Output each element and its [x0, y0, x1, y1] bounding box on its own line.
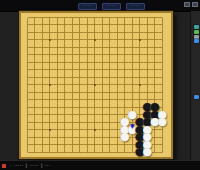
board-point[interactable] — [31, 66, 39, 74]
board-point[interactable] — [99, 96, 107, 104]
board-point[interactable] — [46, 59, 54, 67]
board-point[interactable] — [69, 111, 77, 119]
board-point[interactable] — [46, 44, 54, 52]
board-point[interactable] — [151, 29, 159, 37]
board-point[interactable] — [91, 59, 99, 67]
board-point[interactable] — [151, 59, 159, 67]
board-point[interactable] — [61, 36, 69, 44]
board-point[interactable] — [151, 126, 159, 134]
board-point[interactable] — [24, 96, 32, 104]
board-point[interactable] — [151, 134, 159, 142]
board-point[interactable]: ● — [144, 119, 152, 127]
board-point[interactable] — [151, 51, 159, 59]
board-point[interactable] — [54, 81, 62, 89]
board-point[interactable]: ● — [121, 134, 129, 142]
board-point[interactable] — [136, 36, 144, 44]
board-point[interactable] — [76, 126, 84, 134]
board-point[interactable] — [46, 104, 54, 112]
board-point[interactable] — [106, 96, 114, 104]
board-point[interactable] — [69, 134, 77, 142]
board-point[interactable]: ● — [144, 149, 152, 157]
board-point[interactable] — [31, 51, 39, 59]
board-point[interactable] — [151, 44, 159, 52]
board-point[interactable]: ● — [159, 111, 167, 119]
board-point[interactable] — [114, 14, 122, 22]
board-point[interactable] — [39, 59, 47, 67]
board-point[interactable] — [69, 29, 77, 37]
board-point[interactable] — [91, 21, 99, 29]
board-point[interactable] — [24, 89, 32, 97]
board-point[interactable] — [24, 59, 32, 67]
board-point[interactable] — [91, 14, 99, 22]
board-point[interactable] — [76, 104, 84, 112]
board-point[interactable] — [99, 21, 107, 29]
board-point[interactable] — [121, 149, 129, 157]
board-point[interactable] — [129, 89, 137, 97]
board-point[interactable] — [159, 89, 167, 97]
board-point[interactable] — [61, 29, 69, 37]
titlebar-button-2[interactable]: ···· — [102, 3, 121, 10]
panel-icon-gray[interactable] — [194, 35, 199, 39]
board-point[interactable] — [144, 81, 152, 89]
board-point[interactable] — [99, 111, 107, 119]
board-point[interactable] — [144, 36, 152, 44]
board-point[interactable] — [39, 66, 47, 74]
board-point[interactable] — [99, 89, 107, 97]
board-point[interactable] — [99, 29, 107, 37]
board-point[interactable] — [39, 141, 47, 149]
board-point[interactable] — [61, 149, 69, 157]
board-point[interactable] — [61, 74, 69, 82]
board-point[interactable] — [121, 74, 129, 82]
board-point[interactable] — [159, 29, 167, 37]
board-point[interactable] — [76, 81, 84, 89]
board-point[interactable] — [24, 111, 32, 119]
board-point[interactable] — [136, 44, 144, 52]
board-point[interactable] — [114, 36, 122, 44]
board-point[interactable] — [84, 149, 92, 157]
board-point[interactable] — [31, 21, 39, 29]
board-point[interactable] — [91, 119, 99, 127]
board-point[interactable] — [24, 149, 32, 157]
board-point[interactable] — [39, 29, 47, 37]
board-point[interactable] — [39, 119, 47, 127]
board-point[interactable] — [54, 126, 62, 134]
board-point[interactable]: ● — [136, 119, 144, 127]
board-point[interactable] — [159, 59, 167, 67]
board-point[interactable]: ● — [136, 149, 144, 157]
board-point[interactable] — [151, 149, 159, 157]
board-point[interactable] — [31, 104, 39, 112]
board-point[interactable] — [159, 81, 167, 89]
board-point[interactable]: ● — [151, 119, 159, 127]
board-point[interactable] — [69, 36, 77, 44]
board-point[interactable] — [91, 126, 99, 134]
board-point[interactable] — [54, 74, 62, 82]
board-point[interactable] — [99, 104, 107, 112]
board-point[interactable] — [54, 119, 62, 127]
board-point[interactable] — [136, 66, 144, 74]
board-point[interactable] — [61, 96, 69, 104]
board-point[interactable] — [106, 89, 114, 97]
board-point[interactable] — [61, 81, 69, 89]
board-point[interactable] — [106, 44, 114, 52]
board-point[interactable] — [99, 14, 107, 22]
board-point[interactable] — [31, 96, 39, 104]
board-point[interactable] — [159, 21, 167, 29]
board-point[interactable] — [54, 89, 62, 97]
board-point[interactable] — [61, 51, 69, 59]
board-point[interactable] — [114, 29, 122, 37]
board-point[interactable] — [106, 119, 114, 127]
board-point[interactable] — [54, 96, 62, 104]
board-point[interactable] — [129, 51, 137, 59]
board-point[interactable]: ●▼ — [129, 126, 137, 134]
board-point[interactable] — [61, 66, 69, 74]
board-point[interactable] — [31, 149, 39, 157]
board-point[interactable] — [121, 111, 129, 119]
window-control-2[interactable] — [192, 2, 198, 8]
board-point[interactable] — [84, 134, 92, 142]
board-point[interactable] — [69, 149, 77, 157]
board-point[interactable] — [69, 66, 77, 74]
board-point[interactable] — [151, 66, 159, 74]
board-point[interactable] — [76, 59, 84, 67]
board-point[interactable] — [159, 74, 167, 82]
board-point[interactable] — [54, 141, 62, 149]
board-point[interactable] — [159, 14, 167, 22]
board-point[interactable] — [144, 74, 152, 82]
board-point[interactable] — [129, 119, 137, 127]
panel-icon-teal[interactable] — [194, 25, 199, 29]
board-point[interactable] — [106, 51, 114, 59]
board-point[interactable] — [144, 89, 152, 97]
board-point[interactable] — [24, 21, 32, 29]
board-point[interactable] — [91, 111, 99, 119]
board-point[interactable] — [84, 111, 92, 119]
board-point[interactable] — [46, 96, 54, 104]
board-point[interactable] — [136, 14, 144, 22]
board-point[interactable] — [91, 74, 99, 82]
board-point[interactable] — [31, 126, 39, 134]
board-point[interactable] — [76, 89, 84, 97]
board-point[interactable] — [129, 14, 137, 22]
board-point[interactable] — [84, 36, 92, 44]
board-point[interactable] — [114, 59, 122, 67]
panel-icon-green[interactable] — [194, 30, 199, 34]
board-point[interactable] — [91, 89, 99, 97]
board-point[interactable] — [46, 66, 54, 74]
board-point[interactable] — [39, 74, 47, 82]
board-point[interactable] — [114, 51, 122, 59]
board-point[interactable] — [121, 44, 129, 52]
board-point[interactable] — [91, 81, 99, 89]
board-point[interactable] — [84, 44, 92, 52]
board-point[interactable]: ● — [144, 104, 152, 112]
board-point[interactable] — [31, 119, 39, 127]
window-control-1[interactable] — [184, 2, 190, 8]
board-point[interactable] — [61, 44, 69, 52]
board-point[interactable] — [24, 74, 32, 82]
board-point[interactable] — [136, 21, 144, 29]
board-point[interactable] — [114, 134, 122, 142]
board-point[interactable] — [76, 66, 84, 74]
board-point[interactable]: ● — [121, 126, 129, 134]
board-point[interactable] — [46, 36, 54, 44]
board-point[interactable] — [76, 44, 84, 52]
board-point[interactable] — [99, 119, 107, 127]
board-point[interactable] — [54, 44, 62, 52]
board-point[interactable] — [76, 119, 84, 127]
board-point[interactable] — [106, 134, 114, 142]
board-point[interactable] — [84, 51, 92, 59]
board-point[interactable] — [46, 81, 54, 89]
board-point[interactable] — [76, 21, 84, 29]
board-point[interactable] — [76, 74, 84, 82]
board-point[interactable] — [69, 119, 77, 127]
board-point[interactable] — [31, 36, 39, 44]
board-point[interactable] — [54, 51, 62, 59]
board-point[interactable] — [46, 89, 54, 97]
board-point[interactable] — [54, 104, 62, 112]
board-point[interactable] — [99, 126, 107, 134]
board-point[interactable] — [129, 81, 137, 89]
board-point[interactable] — [129, 74, 137, 82]
board-point[interactable] — [151, 81, 159, 89]
board-point[interactable] — [91, 51, 99, 59]
board-point[interactable] — [69, 126, 77, 134]
board-point[interactable] — [144, 21, 152, 29]
board-point[interactable] — [144, 59, 152, 67]
board-point[interactable] — [121, 21, 129, 29]
board-point[interactable] — [106, 29, 114, 37]
board-point[interactable] — [61, 134, 69, 142]
board-point[interactable] — [159, 96, 167, 104]
board-point[interactable] — [69, 89, 77, 97]
board-point[interactable] — [76, 14, 84, 22]
board-point[interactable] — [69, 44, 77, 52]
board-point[interactable]: ● — [151, 104, 159, 112]
board-point[interactable] — [121, 141, 129, 149]
board-point[interactable] — [114, 74, 122, 82]
board-point[interactable] — [69, 51, 77, 59]
board-point[interactable] — [136, 89, 144, 97]
board-point[interactable] — [114, 149, 122, 157]
board-point[interactable] — [24, 14, 32, 22]
board-point[interactable]: ● — [144, 141, 152, 149]
board-point[interactable] — [151, 21, 159, 29]
board-point[interactable] — [151, 141, 159, 149]
board-point[interactable] — [84, 96, 92, 104]
board-point[interactable] — [76, 51, 84, 59]
board-point[interactable] — [84, 66, 92, 74]
board-point[interactable] — [24, 104, 32, 112]
titlebar-button-3[interactable]: ···· — [126, 3, 145, 10]
board-point[interactable] — [151, 14, 159, 22]
board-point[interactable] — [46, 21, 54, 29]
board-point[interactable] — [84, 119, 92, 127]
board-point[interactable] — [61, 104, 69, 112]
board-point[interactable] — [144, 66, 152, 74]
board-point[interactable] — [61, 119, 69, 127]
board-point[interactable] — [46, 119, 54, 127]
board-point[interactable] — [129, 21, 137, 29]
board-point[interactable] — [91, 44, 99, 52]
board-point[interactable] — [99, 44, 107, 52]
board-point[interactable] — [24, 36, 32, 44]
board-point[interactable]: ● — [136, 126, 144, 134]
board-point[interactable] — [54, 66, 62, 74]
board-point[interactable] — [84, 81, 92, 89]
board-point[interactable] — [46, 14, 54, 22]
board-point[interactable] — [46, 126, 54, 134]
board-point[interactable] — [61, 59, 69, 67]
board-point[interactable] — [76, 29, 84, 37]
board-point[interactable] — [106, 66, 114, 74]
board-point[interactable] — [54, 36, 62, 44]
board-point[interactable] — [76, 111, 84, 119]
board-point[interactable]: ● — [129, 111, 137, 119]
board-point[interactable] — [121, 89, 129, 97]
board-point[interactable] — [136, 51, 144, 59]
board-point[interactable] — [46, 149, 54, 157]
board-point[interactable]: ● — [136, 134, 144, 142]
board-point[interactable] — [54, 111, 62, 119]
board-point[interactable] — [61, 89, 69, 97]
board-point[interactable] — [91, 141, 99, 149]
board-point[interactable] — [39, 149, 47, 157]
board-point[interactable] — [151, 96, 159, 104]
board-point[interactable] — [39, 111, 47, 119]
board-point[interactable] — [84, 126, 92, 134]
board-point[interactable] — [136, 81, 144, 89]
board-point[interactable] — [136, 29, 144, 37]
board-point[interactable] — [159, 134, 167, 142]
board-point[interactable] — [61, 111, 69, 119]
board-point[interactable] — [76, 149, 84, 157]
board-point[interactable] — [106, 104, 114, 112]
board-point[interactable] — [99, 81, 107, 89]
board-point[interactable] — [129, 36, 137, 44]
board-point[interactable] — [106, 149, 114, 157]
board-point[interactable] — [91, 134, 99, 142]
board-point[interactable] — [121, 104, 129, 112]
board-point[interactable] — [114, 44, 122, 52]
board-point[interactable] — [129, 59, 137, 67]
board-point[interactable] — [99, 141, 107, 149]
board-point[interactable] — [159, 66, 167, 74]
board-point[interactable] — [69, 141, 77, 149]
board-point[interactable] — [129, 29, 137, 37]
board-point[interactable] — [136, 74, 144, 82]
board-point[interactable] — [54, 59, 62, 67]
board-point[interactable] — [99, 74, 107, 82]
board-point[interactable] — [144, 96, 152, 104]
board-point[interactable] — [24, 44, 32, 52]
board-point[interactable] — [31, 14, 39, 22]
board-point[interactable] — [114, 89, 122, 97]
board-point[interactable] — [84, 104, 92, 112]
board-point[interactable] — [31, 134, 39, 142]
board-point[interactable] — [114, 141, 122, 149]
board-point[interactable] — [31, 59, 39, 67]
board-point[interactable] — [84, 29, 92, 37]
board-point[interactable] — [151, 89, 159, 97]
board-point[interactable] — [61, 14, 69, 22]
board-point[interactable] — [69, 81, 77, 89]
board-point[interactable]: ● — [144, 126, 152, 134]
board-point[interactable] — [99, 36, 107, 44]
panel-icon-blue-2[interactable] — [194, 95, 199, 99]
board-point[interactable] — [136, 59, 144, 67]
board-point[interactable] — [159, 104, 167, 112]
board-point[interactable] — [69, 14, 77, 22]
board-point[interactable] — [24, 134, 32, 142]
board-point[interactable] — [106, 111, 114, 119]
board-point[interactable] — [106, 36, 114, 44]
board-point[interactable] — [129, 141, 137, 149]
board-point[interactable] — [91, 29, 99, 37]
board-point[interactable] — [54, 134, 62, 142]
board-point[interactable] — [151, 36, 159, 44]
board-point[interactable] — [76, 36, 84, 44]
board-point[interactable] — [69, 74, 77, 82]
board-point[interactable] — [39, 96, 47, 104]
board-point[interactable] — [46, 29, 54, 37]
board-point[interactable] — [24, 66, 32, 74]
board-point[interactable] — [69, 21, 77, 29]
board-point[interactable] — [144, 29, 152, 37]
board-point[interactable] — [69, 96, 77, 104]
board-point[interactable] — [114, 119, 122, 127]
board-point[interactable] — [31, 141, 39, 149]
board-point[interactable] — [121, 81, 129, 89]
board-point[interactable]: ● — [136, 141, 144, 149]
board-point[interactable] — [129, 149, 137, 157]
board-point[interactable] — [46, 111, 54, 119]
board-point[interactable] — [91, 149, 99, 157]
board-point[interactable] — [76, 96, 84, 104]
board-point[interactable] — [136, 96, 144, 104]
board-point[interactable] — [24, 119, 32, 127]
board-point[interactable] — [114, 66, 122, 74]
board-point[interactable] — [46, 51, 54, 59]
board-point[interactable] — [129, 134, 137, 142]
board-point[interactable] — [39, 126, 47, 134]
board-point[interactable] — [144, 14, 152, 22]
board-point[interactable] — [24, 81, 32, 89]
board-point[interactable] — [114, 21, 122, 29]
board-point[interactable] — [54, 14, 62, 22]
board-point[interactable] — [39, 104, 47, 112]
board-point[interactable]: ● — [144, 111, 152, 119]
board-point[interactable] — [99, 149, 107, 157]
board-point[interactable] — [39, 14, 47, 22]
board-point[interactable] — [46, 74, 54, 82]
board-point[interactable] — [31, 89, 39, 97]
board-point[interactable] — [84, 21, 92, 29]
board-point[interactable]: ● — [144, 134, 152, 142]
board-point[interactable] — [61, 126, 69, 134]
board-point[interactable] — [99, 51, 107, 59]
board-point[interactable] — [99, 59, 107, 67]
board-point[interactable] — [46, 134, 54, 142]
board-point[interactable] — [106, 126, 114, 134]
board-point[interactable] — [84, 59, 92, 67]
board-point[interactable] — [121, 96, 129, 104]
board-point[interactable] — [106, 81, 114, 89]
board-point[interactable] — [76, 141, 84, 149]
